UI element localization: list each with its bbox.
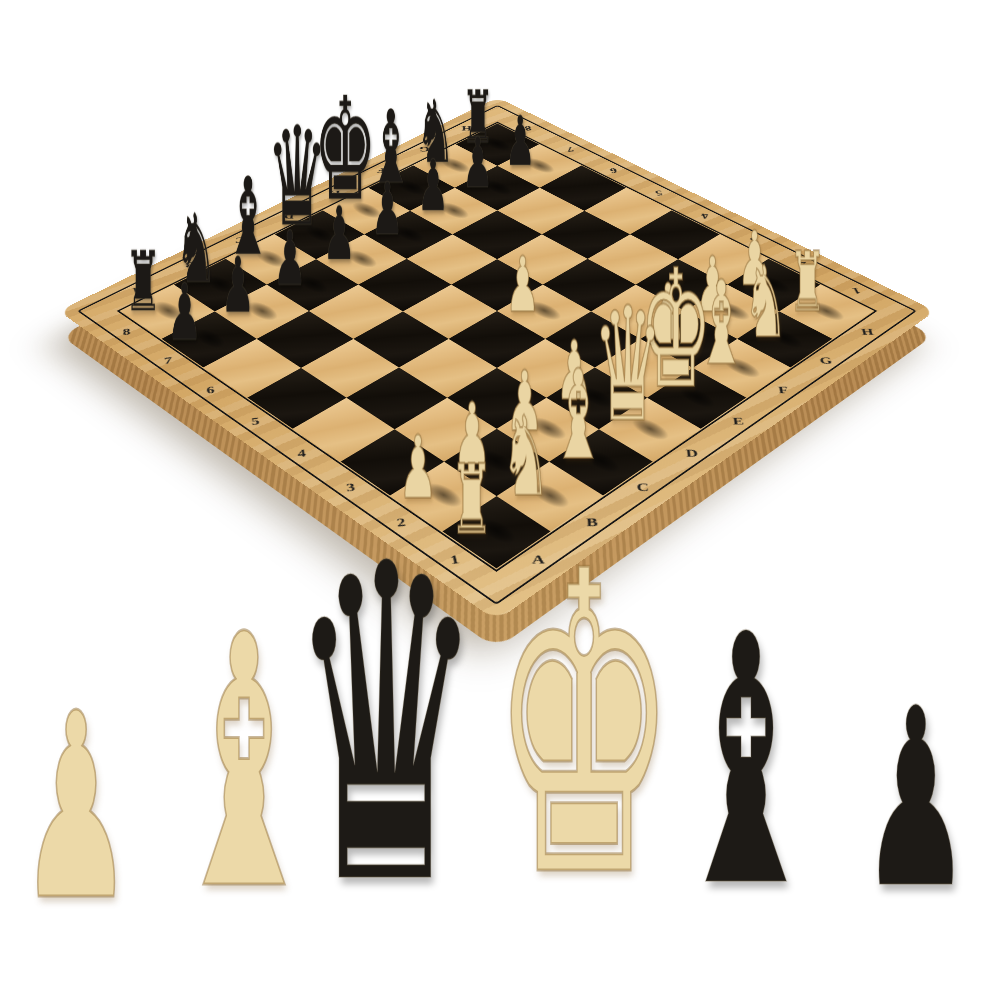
black-pawn-glyph: ♟ (417, 150, 449, 221)
white-bishop-glyph: ♝ (550, 354, 605, 477)
black-pawn-glyph: ♟ (371, 173, 403, 245)
file-label-f-black-side: F (372, 167, 389, 175)
rank-label-7-h-side: 7 (561, 145, 580, 154)
board-face: AA11BB22CC33DD44EE55FF66GG77HH88 ♜♞♝♛♚♝♞… (59, 97, 936, 620)
rank-label-6-h-side: 6 (604, 166, 623, 176)
file-label-g-black-side: G (416, 145, 432, 153)
black-pawn-glyph: ♟ (462, 128, 493, 198)
black-pawn-glyph: ♟ (167, 274, 202, 352)
white-rook-glyph: ♜ (789, 241, 826, 324)
file-label-h-black-side: H (459, 125, 475, 133)
board-scene: AA11BB22CC33DD44EE55FF66GG77HH88 ♜♞♝♛♚♝♞… (0, 0, 1000, 1000)
file-label-e-black-side: E (327, 189, 345, 198)
white-knight-glyph: ♞ (501, 402, 550, 512)
black-pawn-glyph: ♟ (221, 247, 255, 324)
rank-label-5-h-side: 5 (649, 188, 669, 198)
file-label-d-black-side: D (280, 212, 298, 221)
white-pawn-glyph: ♟ (505, 247, 539, 324)
black-pawn-glyph: ♟ (323, 197, 356, 271)
white-knight-glyph: ♞ (743, 253, 787, 352)
black-pawn-glyph: ♟ (505, 107, 536, 176)
product-photo-stage: AA11BB22CC33DD44EE55FF66GG77HH88 ♜♞♝♛♚♝♞… (0, 0, 1000, 1000)
white-pawn-glyph: ♟ (398, 425, 437, 512)
chess-board: AA11BB22CC33DD44EE55FF66GG77HH88 ♜♞♝♛♚♝♞… (59, 97, 936, 620)
black-pawn-glyph: ♟ (273, 221, 307, 296)
white-rook-glyph: ♜ (450, 452, 493, 548)
rank-label-8-h-side: 8 (519, 124, 537, 133)
black-rook-glyph: ♜ (124, 241, 161, 324)
